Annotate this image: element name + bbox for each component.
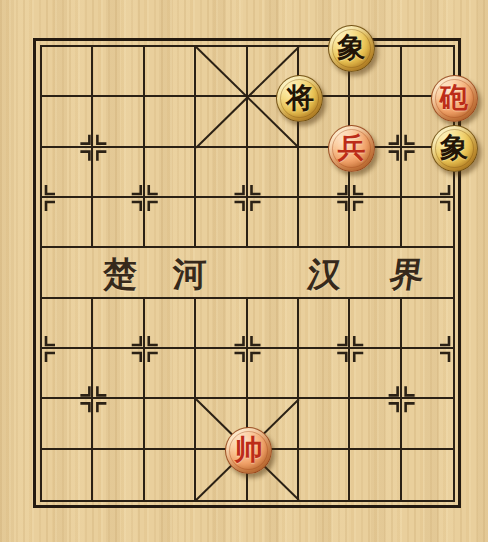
piece-red-general[interactable]: 帅	[225, 427, 272, 474]
piece-glyph: 兵	[337, 125, 365, 170]
piece-black-elephant[interactable]: 象	[328, 25, 375, 72]
piece-glyph: 砲	[440, 75, 468, 120]
piece-glyph: 帅	[235, 427, 263, 472]
piece-red-cannon[interactable]: 砲	[431, 75, 478, 122]
piece-glyph: 将	[286, 75, 314, 120]
piece-glyph: 象	[337, 25, 365, 70]
pieces-layer: 象将砲兵象帅	[0, 0, 488, 542]
piece-black-elephant-2[interactable]: 象	[431, 125, 478, 172]
xiangqi-board: 楚 河 汉 界 象将砲兵象帅	[0, 0, 488, 542]
piece-black-general[interactable]: 将	[276, 75, 323, 122]
piece-red-soldier[interactable]: 兵	[328, 125, 375, 172]
piece-glyph: 象	[440, 125, 468, 170]
